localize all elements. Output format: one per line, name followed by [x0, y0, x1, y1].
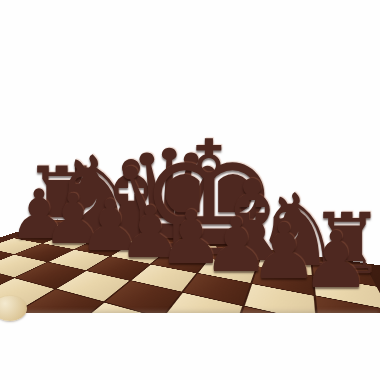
background-cutoff: [0, 313, 380, 380]
piece-black-pawn-h7: ♟: [301, 221, 371, 299]
chess-set-photo: ♜ ♞ ♝ ♛ ♚ ♝ ♞ ♜ ♟ ♟ ♟ ♟ ♟ ♟ ♟ ♟: [0, 0, 380, 380]
